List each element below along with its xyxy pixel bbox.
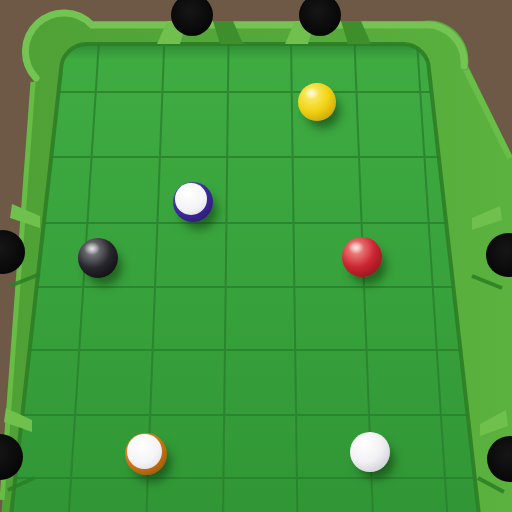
ball-solid-yellow[interactable] <box>298 83 336 121</box>
ball-gloss <box>304 87 318 99</box>
ball-stripe-orange[interactable] <box>125 433 167 475</box>
ball-cue[interactable] <box>350 432 390 472</box>
ball-gloss <box>132 437 148 450</box>
ball-solid-red[interactable] <box>342 237 382 277</box>
ball-gloss <box>84 242 99 255</box>
ball-gloss <box>356 436 371 449</box>
ball-gloss <box>179 186 194 199</box>
balls-layer <box>0 0 512 512</box>
ball-gloss <box>348 241 363 254</box>
ball-stripe-purple[interactable] <box>173 182 213 222</box>
pool-game-scene <box>0 0 512 512</box>
ball-black[interactable] <box>78 238 118 278</box>
